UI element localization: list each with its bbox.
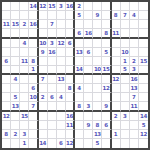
cell-r14c12[interactable]: 6 xyxy=(102,121,111,130)
cell-r4c7[interactable] xyxy=(57,29,66,38)
cell-r1c15[interactable] xyxy=(130,2,139,11)
cell-r13c12[interactable] xyxy=(102,112,111,121)
cell-r10c11[interactable] xyxy=(93,84,102,93)
cell-r16c14[interactable] xyxy=(121,139,130,148)
cell-r13c6[interactable] xyxy=(48,112,57,121)
cell-r4c15[interactable] xyxy=(130,29,139,38)
cell-r8c5[interactable] xyxy=(39,66,48,75)
cell-r4c14[interactable] xyxy=(121,29,130,38)
cell-r14c13[interactable] xyxy=(112,121,121,130)
cell-r2c8[interactable] xyxy=(66,11,75,20)
cell-r7c10[interactable] xyxy=(84,57,93,66)
cell-r2c6[interactable] xyxy=(48,11,57,20)
cell-r15c13[interactable]: 1 xyxy=(112,130,121,139)
cell-r3c5[interactable] xyxy=(39,20,48,29)
cell-r13c8[interactable]: 16 xyxy=(66,112,75,121)
cell-r13c4[interactable] xyxy=(29,112,38,121)
cell-r11c4[interactable]: 10 xyxy=(29,93,38,102)
cell-r6c12[interactable]: 5 xyxy=(102,48,111,57)
cell-r15c2[interactable]: 2 xyxy=(11,130,20,139)
cell-r10c4[interactable]: 6 xyxy=(29,84,38,93)
cell-r11c15[interactable]: 7 xyxy=(130,93,139,102)
cell-r5c13[interactable] xyxy=(112,39,121,48)
cell-r16c1[interactable] xyxy=(2,139,11,148)
cell-r5c9[interactable] xyxy=(75,39,84,48)
cell-r16c12[interactable] xyxy=(102,139,111,148)
cell-r5c11[interactable] xyxy=(93,39,102,48)
cell-r5c5[interactable]: 10 xyxy=(39,39,48,48)
cell-r6c4[interactable] xyxy=(29,48,38,57)
cell-r8c9[interactable]: 14 xyxy=(75,66,84,75)
cell-r11c9[interactable] xyxy=(75,93,84,102)
cell-r5c16[interactable] xyxy=(139,39,148,48)
cell-r13c10[interactable] xyxy=(84,112,93,121)
cell-r4c3[interactable] xyxy=(20,29,29,38)
cell-r14c6[interactable] xyxy=(48,121,57,130)
cell-r9c10[interactable] xyxy=(84,75,93,84)
cell-r3c12[interactable] xyxy=(102,20,111,29)
cell-r14c15[interactable] xyxy=(130,121,139,130)
cell-r1c10[interactable] xyxy=(84,2,93,11)
cell-r3c14[interactable] xyxy=(121,20,130,29)
cell-r10c10[interactable] xyxy=(84,84,93,93)
cell-r5c3[interactable]: 4 xyxy=(20,39,29,48)
cell-r8c14[interactable]: 5 xyxy=(121,66,130,75)
cell-r6c1[interactable] xyxy=(2,48,11,57)
cell-r13c2[interactable] xyxy=(11,112,20,121)
cell-r10c14[interactable] xyxy=(121,84,130,93)
cell-r4c1[interactable] xyxy=(2,29,11,38)
cell-r7c13[interactable] xyxy=(112,57,121,66)
cell-r5c2[interactable] xyxy=(11,39,20,48)
cell-r3c16[interactable] xyxy=(139,20,148,29)
cell-r5c15[interactable] xyxy=(130,39,139,48)
cell-r15c9[interactable] xyxy=(75,130,84,139)
cell-r14c2[interactable] xyxy=(11,121,20,130)
cell-r11c12[interactable] xyxy=(102,93,111,102)
cell-r14c1[interactable] xyxy=(2,121,11,130)
cell-r16c5[interactable]: 14 xyxy=(39,139,48,148)
cell-r11c16[interactable] xyxy=(139,93,148,102)
cell-r14c11[interactable]: 8 xyxy=(93,121,102,130)
cell-r11c10[interactable] xyxy=(84,93,93,102)
cell-r9c4[interactable] xyxy=(29,75,38,84)
cell-r1c11[interactable] xyxy=(93,2,102,11)
cell-r8c8[interactable] xyxy=(66,66,75,75)
cell-r9c2[interactable]: 4 xyxy=(11,75,20,84)
cell-r11c14[interactable] xyxy=(121,93,130,102)
cell-r10c1[interactable] xyxy=(2,84,11,93)
cell-r5c1[interactable] xyxy=(2,39,11,48)
cell-r7c2[interactable] xyxy=(11,57,20,66)
cell-r16c15[interactable] xyxy=(130,139,139,148)
cell-r4c16[interactable] xyxy=(139,29,148,38)
cell-r8c11[interactable]: 10 xyxy=(93,66,102,75)
cell-r12c3[interactable] xyxy=(20,102,29,111)
cell-r12c14[interactable] xyxy=(121,102,130,111)
cell-r7c6[interactable] xyxy=(48,57,57,66)
cell-r7c16[interactable]: 15 xyxy=(139,57,148,66)
cell-r6c3[interactable] xyxy=(20,48,29,57)
cell-r13c3[interactable]: 15 xyxy=(20,112,29,121)
cell-r12c2[interactable]: 13 xyxy=(11,102,20,111)
cell-r12c8[interactable] xyxy=(66,102,75,111)
cell-r12c10[interactable]: 3 xyxy=(84,102,93,111)
cell-r10c6[interactable] xyxy=(48,84,57,93)
cell-r2c2[interactable] xyxy=(11,11,20,20)
cell-r2c15[interactable]: 4 xyxy=(130,11,139,20)
cell-r1c1[interactable] xyxy=(2,2,11,11)
cell-r15c14[interactable] xyxy=(121,130,130,139)
cell-r11c11[interactable] xyxy=(93,93,102,102)
cell-r13c1[interactable]: 12 xyxy=(2,112,11,121)
cell-r13c14[interactable]: 3 xyxy=(121,112,130,121)
cell-r16c4[interactable] xyxy=(29,139,38,148)
cell-r6c6[interactable]: 16 xyxy=(48,48,57,57)
cell-r13c11[interactable] xyxy=(93,112,102,121)
cell-r7c11[interactable] xyxy=(93,57,102,66)
cell-r8c16[interactable] xyxy=(139,66,148,75)
cell-r2c16[interactable] xyxy=(139,11,148,20)
cell-r5c6[interactable]: 3 xyxy=(48,39,57,48)
cell-r15c11[interactable]: 13 xyxy=(93,130,102,139)
cell-r1c7[interactable]: 3 xyxy=(57,2,66,11)
cell-r9c6[interactable] xyxy=(48,75,57,84)
cell-r14c14[interactable] xyxy=(121,121,130,130)
cell-r7c7[interactable] xyxy=(57,57,66,66)
cell-r15c8[interactable] xyxy=(66,130,75,139)
cell-r10c8[interactable]: 8 xyxy=(66,84,75,93)
cell-r9c15[interactable]: 16 xyxy=(130,75,139,84)
cell-r9c11[interactable] xyxy=(93,75,102,84)
cell-r9c16[interactable] xyxy=(139,75,148,84)
cell-r16c2[interactable] xyxy=(11,139,20,148)
cell-r12c15[interactable]: 11 xyxy=(130,102,139,111)
cell-r3c8[interactable] xyxy=(66,20,75,29)
cell-r2c13[interactable]: 8 xyxy=(112,11,121,20)
cell-r6c5[interactable]: 9 xyxy=(39,48,48,57)
cell-r11c13[interactable] xyxy=(112,93,121,102)
cell-r12c9[interactable]: 8 xyxy=(75,102,84,111)
cell-r12c12[interactable]: 9 xyxy=(102,102,111,111)
cell-r4c2[interactable] xyxy=(11,29,20,38)
cell-r3c7[interactable] xyxy=(57,20,66,29)
cell-r3c1[interactable]: 11 xyxy=(2,20,11,29)
sudoku-board: 1412153162598741115216761681141031269161… xyxy=(0,0,150,150)
cell-r5c8[interactable]: 6 xyxy=(66,39,75,48)
cell-r1c6[interactable]: 15 xyxy=(48,2,57,11)
cell-r1c12[interactable] xyxy=(102,2,111,11)
cell-r4c12[interactable]: 8 xyxy=(102,29,111,38)
cell-r8c4[interactable]: 1 xyxy=(29,66,38,75)
cell-r4c6[interactable] xyxy=(48,29,57,38)
cell-r15c4[interactable] xyxy=(29,130,38,139)
cell-r1c16[interactable] xyxy=(139,2,148,11)
cell-r12c5[interactable] xyxy=(39,102,48,111)
cell-r7c4[interactable]: 8 xyxy=(29,57,38,66)
cell-r11c5[interactable]: 2 xyxy=(39,93,48,102)
cell-r16c3[interactable]: 1 xyxy=(20,139,29,148)
cell-r2c9[interactable]: 5 xyxy=(75,11,84,20)
cell-r15c15[interactable] xyxy=(130,130,139,139)
cell-r1c8[interactable]: 16 xyxy=(66,2,75,11)
cell-r12c7[interactable] xyxy=(57,102,66,111)
cell-r3c15[interactable] xyxy=(130,20,139,29)
cell-r4c9[interactable]: 6 xyxy=(75,29,84,38)
cell-r13c9[interactable] xyxy=(75,112,84,121)
cell-r15c6[interactable] xyxy=(48,130,57,139)
cell-r14c9[interactable] xyxy=(75,121,84,130)
cell-r9c12[interactable] xyxy=(102,75,111,84)
cell-r9c13[interactable]: 12 xyxy=(112,75,121,84)
cell-r1c13[interactable] xyxy=(112,2,121,11)
cell-r13c7[interactable] xyxy=(57,112,66,121)
cell-r9c9[interactable] xyxy=(75,75,84,84)
cell-r2c7[interactable] xyxy=(57,11,66,20)
cell-r9c8[interactable] xyxy=(66,75,75,84)
cell-r10c7[interactable] xyxy=(57,84,66,93)
cell-r9c3[interactable] xyxy=(20,75,29,84)
cell-r3c4[interactable]: 16 xyxy=(29,20,38,29)
cell-r14c16[interactable]: 5 xyxy=(139,121,148,130)
cell-r8c2[interactable] xyxy=(11,66,20,75)
cell-r3c3[interactable]: 2 xyxy=(20,20,29,29)
cell-r16c8[interactable]: 12 xyxy=(66,139,75,148)
cell-r10c3[interactable] xyxy=(20,84,29,93)
cell-r1c3[interactable] xyxy=(20,2,29,11)
cell-r6c2[interactable] xyxy=(11,48,20,57)
cell-r9c14[interactable] xyxy=(121,75,130,84)
cell-r16c6[interactable] xyxy=(48,139,57,148)
cell-r5c14[interactable] xyxy=(121,39,130,48)
cell-r8c3[interactable] xyxy=(20,66,29,75)
cell-r14c5[interactable] xyxy=(39,121,48,130)
cell-r6c16[interactable] xyxy=(139,48,148,57)
cell-r15c10[interactable] xyxy=(84,130,93,139)
cell-r8c13[interactable] xyxy=(112,66,121,75)
cell-r2c11[interactable]: 9 xyxy=(93,11,102,20)
cell-r12c6[interactable] xyxy=(48,102,57,111)
cell-r14c10[interactable]: 9 xyxy=(84,121,93,130)
cell-r12c13[interactable] xyxy=(112,102,121,111)
cell-r10c2[interactable] xyxy=(11,84,20,93)
cell-r10c12[interactable]: 12 xyxy=(102,84,111,93)
cell-r9c7[interactable]: 13 xyxy=(57,75,66,84)
cell-r8c7[interactable] xyxy=(57,66,66,75)
cell-r16c10[interactable] xyxy=(84,139,93,148)
cell-r14c4[interactable] xyxy=(29,121,38,130)
cell-r7c1[interactable]: 6 xyxy=(2,57,11,66)
cell-r6c15[interactable] xyxy=(130,48,139,57)
cell-r1c2[interactable] xyxy=(11,2,20,11)
cell-r4c8[interactable] xyxy=(66,29,75,38)
cell-r4c4[interactable] xyxy=(29,29,38,38)
cell-r6c8[interactable] xyxy=(66,48,75,57)
cell-r7c15[interactable]: 2 xyxy=(130,57,139,66)
cell-r15c7[interactable] xyxy=(57,130,66,139)
cell-r2c10[interactable] xyxy=(84,11,93,20)
cell-r7c9[interactable] xyxy=(75,57,84,66)
cell-r9c1[interactable] xyxy=(2,75,11,84)
cell-r10c15[interactable]: 13 xyxy=(130,84,139,93)
cell-r8c10[interactable] xyxy=(84,66,93,75)
cell-r1c4[interactable]: 14 xyxy=(29,2,38,11)
cell-r16c7[interactable]: 6 xyxy=(57,139,66,148)
cell-r1c14[interactable] xyxy=(121,2,130,11)
cell-r13c15[interactable] xyxy=(130,112,139,121)
cell-r2c1[interactable] xyxy=(2,11,11,20)
cell-r10c16[interactable] xyxy=(139,84,148,93)
cell-r4c13[interactable]: 11 xyxy=(112,29,121,38)
cell-r3c10[interactable] xyxy=(84,20,93,29)
cell-r7c14[interactable]: 1 xyxy=(121,57,130,66)
cell-r5c7[interactable]: 12 xyxy=(57,39,66,48)
cell-r15c5[interactable] xyxy=(39,130,48,139)
cell-r5c12[interactable] xyxy=(102,39,111,48)
cell-r7c3[interactable]: 11 xyxy=(20,57,29,66)
cell-r4c10[interactable]: 16 xyxy=(84,29,93,38)
cell-r12c1[interactable] xyxy=(2,102,11,111)
cell-r7c12[interactable] xyxy=(102,57,111,66)
cell-r16c13[interactable] xyxy=(112,139,121,148)
cell-r13c16[interactable]: 14 xyxy=(139,112,148,121)
cell-r14c8[interactable]: 11 xyxy=(66,121,75,130)
cell-r3c11[interactable] xyxy=(93,20,102,29)
cell-r16c9[interactable] xyxy=(75,139,84,148)
cell-r2c14[interactable]: 7 xyxy=(121,11,130,20)
cell-r3c6[interactable]: 7 xyxy=(48,20,57,29)
cell-r10c9[interactable]: 4 xyxy=(75,84,84,93)
cell-r6c7[interactable] xyxy=(57,48,66,57)
cell-r4c11[interactable] xyxy=(93,29,102,38)
cell-r5c10[interactable] xyxy=(84,39,93,48)
cell-r2c4[interactable] xyxy=(29,11,38,20)
cell-r12c16[interactable] xyxy=(139,102,148,111)
cell-r11c8[interactable] xyxy=(66,93,75,102)
cell-r11c7[interactable]: 4 xyxy=(57,93,66,102)
cell-r12c11[interactable] xyxy=(93,102,102,111)
cell-r3c9[interactable] xyxy=(75,20,84,29)
cell-r15c16[interactable]: 12 xyxy=(139,130,148,139)
cell-r6c9[interactable]: 13 xyxy=(75,48,84,57)
cell-r11c3[interactable] xyxy=(20,93,29,102)
cell-r8c12[interactable]: 15 xyxy=(102,66,111,75)
cell-r11c6[interactable]: 6 xyxy=(48,93,57,102)
cell-r6c14[interactable]: 10 xyxy=(121,48,130,57)
cell-r7c8[interactable] xyxy=(66,57,75,66)
cell-r3c13[interactable] xyxy=(112,20,121,29)
cell-r11c2[interactable]: 5 xyxy=(11,93,20,102)
cell-r15c3[interactable]: 3 xyxy=(20,130,29,139)
cell-r1c9[interactable]: 2 xyxy=(75,2,84,11)
cell-r2c12[interactable] xyxy=(102,11,111,20)
cell-r12c4[interactable]: 7 xyxy=(29,102,38,111)
cell-r8c6[interactable] xyxy=(48,66,57,75)
cell-r8c1[interactable] xyxy=(2,66,11,75)
cell-r13c13[interactable]: 2 xyxy=(112,112,121,121)
cell-r1c5[interactable]: 12 xyxy=(39,2,48,11)
cell-r2c3[interactable] xyxy=(20,11,29,20)
cell-r4c5[interactable] xyxy=(39,29,48,38)
cell-r10c13[interactable] xyxy=(112,84,121,93)
cell-r3c2[interactable]: 15 xyxy=(11,20,20,29)
cell-r8c15[interactable]: 3 xyxy=(130,66,139,75)
cell-r15c1[interactable]: 8 xyxy=(2,130,11,139)
cell-r15c12[interactable] xyxy=(102,130,111,139)
cell-r6c13[interactable] xyxy=(112,48,121,57)
cell-r6c10[interactable]: 6 xyxy=(84,48,93,57)
cell-r2c5[interactable] xyxy=(39,11,48,20)
cell-r14c7[interactable] xyxy=(57,121,66,130)
cell-r14c3[interactable] xyxy=(20,121,29,130)
cell-r10c5[interactable] xyxy=(39,84,48,93)
cell-r9c5[interactable]: 7 xyxy=(39,75,48,84)
cell-r6c11[interactable] xyxy=(93,48,102,57)
cell-r16c11[interactable]: 5 xyxy=(93,139,102,148)
cell-r16c16[interactable] xyxy=(139,139,148,148)
cell-r11c1[interactable] xyxy=(2,93,11,102)
cell-r7c5[interactable] xyxy=(39,57,48,66)
cell-r5c4[interactable] xyxy=(29,39,38,48)
cell-r13c5[interactable] xyxy=(39,112,48,121)
